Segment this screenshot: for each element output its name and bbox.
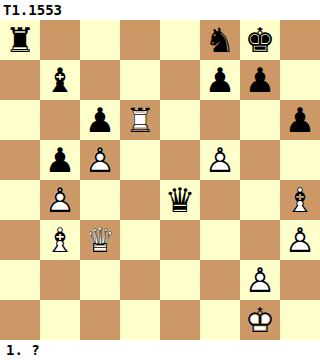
square-b7[interactable]: ♝ <box>40 60 80 100</box>
black-bishop: ♝ <box>40 60 80 100</box>
square-b3[interactable]: ♝♗ <box>40 220 80 260</box>
square-e3[interactable] <box>160 220 200 260</box>
square-g5[interactable] <box>240 140 280 180</box>
square-g8[interactable]: ♚ <box>240 20 280 60</box>
black-pawn: ♟ <box>40 140 80 180</box>
square-h5[interactable] <box>280 140 320 180</box>
white-bishop-fill: ♝ <box>280 180 320 220</box>
chess-board: ♜♞♚♝♟♟♟♜♖♟♟♟♙♟♙♟♙♛♝♗♝♗♛♕♟♙♟♙♚♔ <box>0 20 320 340</box>
square-d7[interactable] <box>120 60 160 100</box>
square-e1[interactable] <box>160 300 200 340</box>
square-h6[interactable]: ♟ <box>280 100 320 140</box>
black-pawn: ♟ <box>240 60 280 100</box>
square-d8[interactable] <box>120 20 160 60</box>
square-e6[interactable] <box>160 100 200 140</box>
square-g4[interactable] <box>240 180 280 220</box>
black-queen: ♛ <box>160 180 200 220</box>
white-pawn-fill: ♟ <box>280 220 320 260</box>
square-c4[interactable] <box>80 180 120 220</box>
square-a7[interactable] <box>0 60 40 100</box>
square-d4[interactable] <box>120 180 160 220</box>
square-a2[interactable] <box>0 260 40 300</box>
square-a1[interactable] <box>0 300 40 340</box>
white-rook: ♖ <box>120 100 160 140</box>
white-pawn-fill: ♟ <box>40 180 80 220</box>
square-g1[interactable]: ♚♔ <box>240 300 280 340</box>
square-c1[interactable] <box>80 300 120 340</box>
square-d3[interactable] <box>120 220 160 260</box>
puzzle-title: T1.1553 <box>0 0 320 20</box>
white-pawn: ♙ <box>240 260 280 300</box>
square-c5[interactable]: ♟♙ <box>80 140 120 180</box>
square-b2[interactable] <box>40 260 80 300</box>
square-f7[interactable]: ♟ <box>200 60 240 100</box>
square-g2[interactable]: ♟♙ <box>240 260 280 300</box>
black-pawn: ♟ <box>200 60 240 100</box>
square-e2[interactable] <box>160 260 200 300</box>
square-h7[interactable] <box>280 60 320 100</box>
square-f5[interactable]: ♟♙ <box>200 140 240 180</box>
square-h4[interactable]: ♝♗ <box>280 180 320 220</box>
square-b8[interactable] <box>40 20 80 60</box>
square-a3[interactable] <box>0 220 40 260</box>
white-pawn: ♙ <box>280 220 320 260</box>
square-f4[interactable] <box>200 180 240 220</box>
black-rook: ♜ <box>0 20 40 60</box>
white-king-fill: ♚ <box>240 300 280 340</box>
white-bishop-fill: ♝ <box>40 220 80 260</box>
white-queen-fill: ♛ <box>80 220 120 260</box>
square-c2[interactable] <box>80 260 120 300</box>
white-rook-fill: ♜ <box>120 100 160 140</box>
square-d2[interactable] <box>120 260 160 300</box>
square-g7[interactable]: ♟ <box>240 60 280 100</box>
square-e4[interactable]: ♛ <box>160 180 200 220</box>
square-a5[interactable] <box>0 140 40 180</box>
black-knight: ♞ <box>200 20 240 60</box>
square-a8[interactable]: ♜ <box>0 20 40 60</box>
square-a6[interactable] <box>0 100 40 140</box>
white-pawn: ♙ <box>40 180 80 220</box>
square-h8[interactable] <box>280 20 320 60</box>
black-pawn: ♟ <box>280 100 320 140</box>
white-king: ♔ <box>240 300 280 340</box>
square-e7[interactable] <box>160 60 200 100</box>
move-prompt: 1. ? <box>0 340 320 360</box>
square-d5[interactable] <box>120 140 160 180</box>
white-pawn: ♙ <box>200 140 240 180</box>
square-g3[interactable] <box>240 220 280 260</box>
square-h2[interactable] <box>280 260 320 300</box>
square-c8[interactable] <box>80 20 120 60</box>
square-h1[interactable] <box>280 300 320 340</box>
square-b5[interactable]: ♟ <box>40 140 80 180</box>
white-pawn-fill: ♟ <box>80 140 120 180</box>
white-pawn: ♙ <box>80 140 120 180</box>
square-c6[interactable]: ♟ <box>80 100 120 140</box>
square-e8[interactable] <box>160 20 200 60</box>
square-f3[interactable] <box>200 220 240 260</box>
square-b1[interactable] <box>40 300 80 340</box>
black-pawn: ♟ <box>80 100 120 140</box>
square-f2[interactable] <box>200 260 240 300</box>
white-bishop: ♗ <box>40 220 80 260</box>
square-c3[interactable]: ♛♕ <box>80 220 120 260</box>
square-h3[interactable]: ♟♙ <box>280 220 320 260</box>
square-d1[interactable] <box>120 300 160 340</box>
square-f6[interactable] <box>200 100 240 140</box>
square-f1[interactable] <box>200 300 240 340</box>
white-bishop: ♗ <box>280 180 320 220</box>
square-b6[interactable] <box>40 100 80 140</box>
square-c7[interactable] <box>80 60 120 100</box>
white-pawn-fill: ♟ <box>240 260 280 300</box>
white-queen: ♕ <box>80 220 120 260</box>
square-e5[interactable] <box>160 140 200 180</box>
square-f8[interactable]: ♞ <box>200 20 240 60</box>
square-a4[interactable] <box>0 180 40 220</box>
black-king: ♚ <box>240 20 280 60</box>
white-pawn-fill: ♟ <box>200 140 240 180</box>
square-b4[interactable]: ♟♙ <box>40 180 80 220</box>
square-d6[interactable]: ♜♖ <box>120 100 160 140</box>
square-g6[interactable] <box>240 100 280 140</box>
